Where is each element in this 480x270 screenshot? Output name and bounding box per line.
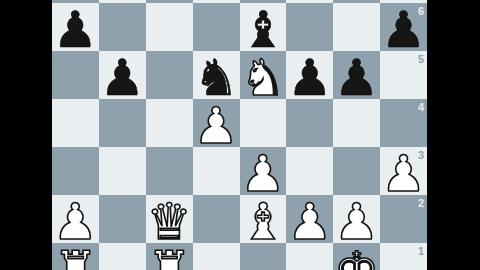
square-e3[interactable]: ♟ bbox=[240, 147, 287, 195]
square-b2[interactable] bbox=[99, 195, 146, 243]
piece-black-bishop-e6[interactable]: ♝ bbox=[241, 6, 286, 54]
square-a1[interactable]: ♜ bbox=[52, 243, 99, 270]
square-e1[interactable] bbox=[240, 243, 287, 270]
square-d3[interactable] bbox=[193, 147, 240, 195]
square-h3[interactable]: ♟3 bbox=[380, 147, 427, 195]
square-g2[interactable]: ♟ bbox=[333, 195, 380, 243]
square-b4[interactable] bbox=[99, 99, 146, 147]
piece-black-pawn-f5[interactable]: ♟ bbox=[287, 54, 332, 102]
square-d5[interactable]: ♞ bbox=[193, 51, 240, 99]
piece-white-pawn-g2[interactable]: ♟ bbox=[334, 198, 379, 246]
piece-white-pawn-f2[interactable]: ♟ bbox=[287, 198, 332, 246]
chess-app-screenshot: 8♟7♟♝♟6♟♞♞♟♟5♟4♟♟3♟♛♝♟♟2♜♜♚1 bbox=[0, 0, 480, 270]
square-a4[interactable] bbox=[52, 99, 99, 147]
letterbox-right bbox=[427, 0, 480, 270]
square-a3[interactable] bbox=[52, 147, 99, 195]
square-g6[interactable] bbox=[333, 3, 380, 51]
square-g1[interactable]: ♚ bbox=[333, 243, 380, 270]
piece-black-pawn-b5[interactable]: ♟ bbox=[100, 54, 145, 102]
square-e6[interactable]: ♝ bbox=[240, 3, 287, 51]
square-e2[interactable]: ♝ bbox=[240, 195, 287, 243]
piece-white-bishop-e2[interactable]: ♝ bbox=[241, 198, 286, 246]
square-b1[interactable] bbox=[99, 243, 146, 270]
square-c4[interactable] bbox=[146, 99, 193, 147]
square-h1[interactable]: 1 bbox=[380, 243, 427, 270]
square-g4[interactable] bbox=[333, 99, 380, 147]
piece-white-queen-c2[interactable]: ♛ bbox=[147, 198, 192, 246]
square-a6[interactable]: ♟ bbox=[52, 3, 99, 51]
letterbox-left bbox=[0, 0, 52, 270]
square-c1[interactable]: ♜ bbox=[146, 243, 193, 270]
piece-white-pawn-e3[interactable]: ♟ bbox=[241, 150, 286, 198]
square-a5[interactable] bbox=[52, 51, 99, 99]
square-b3[interactable] bbox=[99, 147, 146, 195]
square-f6[interactable] bbox=[286, 3, 333, 51]
square-d4[interactable]: ♟ bbox=[193, 99, 240, 147]
square-d1[interactable] bbox=[193, 243, 240, 270]
square-b6[interactable] bbox=[99, 3, 146, 51]
square-a2[interactable]: ♟ bbox=[52, 195, 99, 243]
square-d6[interactable] bbox=[193, 3, 240, 51]
square-g5[interactable]: ♟ bbox=[333, 51, 380, 99]
square-d2[interactable] bbox=[193, 195, 240, 243]
rank-label-1: 1 bbox=[418, 245, 424, 257]
square-f2[interactable]: ♟ bbox=[286, 195, 333, 243]
chessboard: 8♟7♟♝♟6♟♞♞♟♟5♟4♟♟3♟♛♝♟♟2♜♜♚1 bbox=[52, 0, 427, 270]
piece-black-pawn-a6[interactable]: ♟ bbox=[53, 6, 98, 54]
piece-white-pawn-d4[interactable]: ♟ bbox=[194, 102, 239, 150]
piece-white-knight-e5[interactable]: ♞ bbox=[241, 54, 286, 102]
square-h6[interactable]: ♟6 bbox=[380, 3, 427, 51]
rank-label-2: 2 bbox=[418, 197, 424, 209]
square-f5[interactable]: ♟ bbox=[286, 51, 333, 99]
rank-label-3: 3 bbox=[418, 149, 424, 161]
square-h5[interactable]: 5 bbox=[380, 51, 427, 99]
rank-label-4: 4 bbox=[418, 101, 424, 113]
rank-label-6: 6 bbox=[418, 5, 424, 17]
square-c2[interactable]: ♛ bbox=[146, 195, 193, 243]
piece-black-pawn-g5[interactable]: ♟ bbox=[334, 54, 379, 102]
square-e4[interactable] bbox=[240, 99, 287, 147]
piece-black-knight-d5[interactable]: ♞ bbox=[194, 54, 239, 102]
square-c5[interactable] bbox=[146, 51, 193, 99]
square-c3[interactable] bbox=[146, 147, 193, 195]
piece-white-pawn-a2[interactable]: ♟ bbox=[53, 198, 98, 246]
square-f1[interactable] bbox=[286, 243, 333, 270]
square-f4[interactable] bbox=[286, 99, 333, 147]
square-g3[interactable] bbox=[333, 147, 380, 195]
square-h2[interactable]: 2 bbox=[380, 195, 427, 243]
square-f3[interactable] bbox=[286, 147, 333, 195]
piece-white-rook-a1[interactable]: ♜ bbox=[53, 246, 98, 270]
square-e5[interactable]: ♞ bbox=[240, 51, 287, 99]
rank-label-5: 5 bbox=[418, 53, 424, 65]
square-c6[interactable] bbox=[146, 3, 193, 51]
square-b5[interactable]: ♟ bbox=[99, 51, 146, 99]
square-h4[interactable]: 4 bbox=[380, 99, 427, 147]
piece-white-king-g1[interactable]: ♚ bbox=[334, 246, 379, 270]
piece-white-rook-c1[interactable]: ♜ bbox=[147, 246, 192, 270]
